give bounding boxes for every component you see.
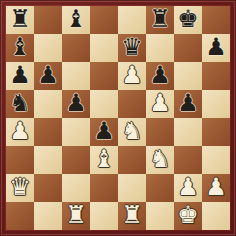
square-h6[interactable] (202, 62, 230, 90)
square-d1[interactable] (90, 202, 118, 230)
square-e3[interactable] (118, 146, 146, 174)
square-b8[interactable] (34, 6, 62, 34)
square-e8[interactable] (118, 6, 146, 34)
black-rook-a8: ♜ (9, 5, 31, 33)
square-a5[interactable]: ♞ (6, 90, 34, 118)
square-b1[interactable] (34, 202, 62, 230)
square-c4[interactable] (62, 118, 90, 146)
square-a2[interactable]: ♛ (6, 174, 34, 202)
square-h1[interactable] (202, 202, 230, 230)
black-king-g8: ♚ (177, 5, 199, 33)
square-f1[interactable] (146, 202, 174, 230)
square-e7[interactable]: ♛ (118, 34, 146, 62)
square-g1[interactable]: ♚ (174, 202, 202, 230)
square-f7[interactable] (146, 34, 174, 62)
black-pawn-d4: ♟ (93, 117, 115, 145)
black-bishop-c8: ♝ (65, 5, 87, 33)
square-h7[interactable]: ♟ (202, 34, 230, 62)
square-d7[interactable] (90, 34, 118, 62)
square-d2[interactable] (90, 174, 118, 202)
square-b7[interactable] (34, 34, 62, 62)
square-g6[interactable] (174, 62, 202, 90)
black-knight-a5: ♞ (9, 89, 31, 117)
square-a6[interactable]: ♟ (6, 62, 34, 90)
square-d5[interactable] (90, 90, 118, 118)
square-f5[interactable]: ♟ (146, 90, 174, 118)
white-queen-a2: ♛ (9, 173, 31, 201)
square-b6[interactable]: ♟ (34, 62, 62, 90)
square-b5[interactable] (34, 90, 62, 118)
white-king-g1: ♚ (177, 201, 199, 229)
chess-board: ♜♝♜♚♝♛♟♟♟♟♟♞♟♟♟♟♟♞♝♞♛♟♟♜♜♚ (6, 6, 230, 230)
square-c6[interactable] (62, 62, 90, 90)
square-a3[interactable] (6, 146, 34, 174)
square-f2[interactable] (146, 174, 174, 202)
square-g3[interactable] (174, 146, 202, 174)
white-rook-c1: ♜ (65, 201, 87, 229)
square-a1[interactable] (6, 202, 34, 230)
square-c2[interactable] (62, 174, 90, 202)
square-e5[interactable] (118, 90, 146, 118)
square-c7[interactable] (62, 34, 90, 62)
square-f6[interactable]: ♟ (146, 62, 174, 90)
black-queen-e7: ♛ (121, 33, 143, 61)
black-rook-f8: ♜ (149, 5, 171, 33)
white-pawn-e6: ♟ (121, 61, 143, 89)
square-g4[interactable] (174, 118, 202, 146)
square-e4[interactable]: ♞ (118, 118, 146, 146)
square-h2[interactable]: ♟ (202, 174, 230, 202)
black-pawn-g5: ♟ (177, 89, 199, 117)
square-d8[interactable] (90, 6, 118, 34)
square-e2[interactable] (118, 174, 146, 202)
square-g8[interactable]: ♚ (174, 6, 202, 34)
square-g7[interactable] (174, 34, 202, 62)
square-h4[interactable] (202, 118, 230, 146)
white-pawn-h2: ♟ (205, 173, 227, 201)
square-c8[interactable]: ♝ (62, 6, 90, 34)
square-c1[interactable]: ♜ (62, 202, 90, 230)
square-g2[interactable]: ♟ (174, 174, 202, 202)
square-b2[interactable] (34, 174, 62, 202)
square-d6[interactable] (90, 62, 118, 90)
square-h3[interactable] (202, 146, 230, 174)
square-f3[interactable]: ♞ (146, 146, 174, 174)
black-bishop-a7: ♝ (9, 33, 31, 61)
square-f8[interactable]: ♜ (146, 6, 174, 34)
square-g5[interactable]: ♟ (174, 90, 202, 118)
square-a8[interactable]: ♜ (6, 6, 34, 34)
square-h5[interactable] (202, 90, 230, 118)
black-pawn-c5: ♟ (65, 89, 87, 117)
white-pawn-g2: ♟ (177, 173, 199, 201)
black-pawn-h7: ♟ (205, 33, 227, 61)
square-c5[interactable]: ♟ (62, 90, 90, 118)
black-pawn-f6: ♟ (149, 61, 171, 89)
white-knight-f3: ♞ (149, 145, 171, 173)
square-e6[interactable]: ♟ (118, 62, 146, 90)
black-pawn-b6: ♟ (37, 61, 59, 89)
white-knight-e4: ♞ (121, 117, 143, 145)
square-e1[interactable]: ♜ (118, 202, 146, 230)
square-d4[interactable]: ♟ (90, 118, 118, 146)
square-a7[interactable]: ♝ (6, 34, 34, 62)
white-pawn-f5: ♟ (149, 89, 171, 117)
square-b3[interactable] (34, 146, 62, 174)
white-rook-e1: ♜ (121, 201, 143, 229)
square-h8[interactable] (202, 6, 230, 34)
black-pawn-a6: ♟ (9, 61, 31, 89)
chess-board-frame: ♜♝♜♚♝♛♟♟♟♟♟♞♟♟♟♟♟♞♝♞♛♟♟♜♜♚ (0, 0, 236, 236)
square-f4[interactable] (146, 118, 174, 146)
square-d3[interactable]: ♝ (90, 146, 118, 174)
white-pawn-a4: ♟ (9, 117, 31, 145)
square-a4[interactable]: ♟ (6, 118, 34, 146)
square-b4[interactable] (34, 118, 62, 146)
white-bishop-d3: ♝ (93, 145, 115, 173)
square-c3[interactable] (62, 146, 90, 174)
